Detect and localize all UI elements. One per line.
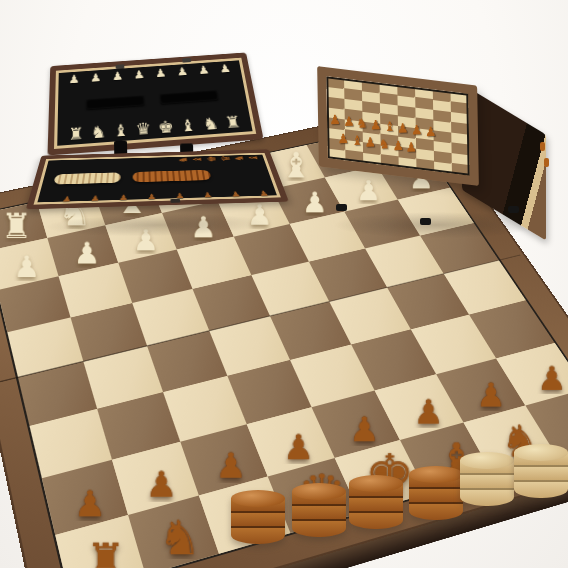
brown-checker-stack: [231, 490, 285, 544]
checker-disc: [514, 482, 568, 498]
checker-disc: [460, 475, 514, 490]
checker-disc: [460, 490, 514, 506]
checker-stacks: [0, 0, 568, 568]
checker-top-face: [231, 490, 285, 507]
checker-disc: [292, 521, 346, 537]
brown-checker-stack: [292, 483, 346, 537]
checker-top-face: [514, 444, 568, 461]
checker-top-face: [349, 475, 403, 492]
checker-top-face: [460, 452, 514, 469]
light-checker-stack: [460, 452, 514, 506]
checker-disc: [231, 528, 285, 544]
brown-checker-stack: [349, 475, 403, 529]
chess-set-product-photo: ♟♟♟♟♟♟♟♟ ♜♞♝♛♚♝♞♜ ♞♝♚♛♞♝ ♟♟♟♟♟♟♟♟ ♟♟♞♟♝♟…: [0, 0, 568, 568]
checker-disc: [349, 513, 403, 529]
brown-checker-stack: [409, 466, 463, 520]
checker-top-face: [292, 483, 346, 500]
checker-disc: [514, 467, 568, 482]
light-checker-stack: [514, 444, 568, 498]
checker-disc: [349, 498, 403, 513]
checker-disc: [409, 504, 463, 520]
checker-disc: [409, 489, 463, 504]
checker-disc: [292, 506, 346, 521]
checker-top-face: [409, 466, 463, 483]
checker-disc: [231, 513, 285, 528]
